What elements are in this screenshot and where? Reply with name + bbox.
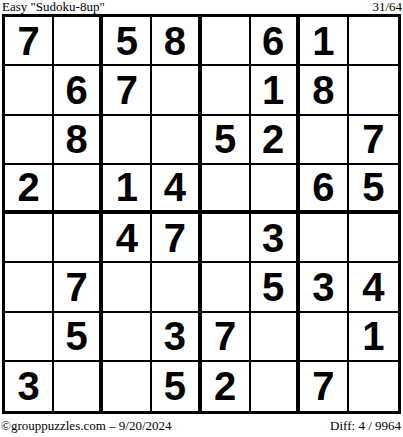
header: Easy "Sudoku-8up" 31/64 bbox=[2, 0, 402, 14]
cell-r7c5: 7 bbox=[202, 313, 251, 362]
cell-r7c8: 1 bbox=[349, 313, 398, 362]
difficulty-text: Diff: 4 / 9964 bbox=[330, 419, 401, 433]
cell-r4c5[interactable] bbox=[202, 165, 251, 214]
cell-r6c8: 4 bbox=[349, 263, 398, 312]
cell-r4c3: 1 bbox=[103, 165, 152, 214]
sudoku-board: 758616718852721465473753453713527 bbox=[2, 14, 401, 414]
cell-r2c3: 7 bbox=[103, 66, 152, 115]
cell-r1c5[interactable] bbox=[202, 17, 251, 66]
cell-r6c2: 7 bbox=[54, 263, 103, 312]
cell-r4c4: 4 bbox=[152, 165, 201, 214]
cell-r4c2[interactable] bbox=[54, 165, 103, 214]
cell-r8c7: 7 bbox=[300, 362, 349, 411]
cell-r8c6[interactable] bbox=[251, 362, 300, 411]
cell-r4c8: 5 bbox=[349, 165, 398, 214]
puzzle-counter: 31/64 bbox=[372, 0, 402, 13]
cell-r5c6: 3 bbox=[251, 214, 300, 263]
cell-r4c6[interactable] bbox=[251, 165, 300, 214]
cell-r2c6: 1 bbox=[251, 66, 300, 115]
cell-r1c7: 1 bbox=[300, 17, 349, 66]
cell-r3c5: 5 bbox=[202, 116, 251, 165]
cell-r3c2: 8 bbox=[54, 116, 103, 165]
footer: ©grouppuzzles.com – 9/20/2024 Diff: 4 / … bbox=[1, 419, 401, 435]
cell-r2c1[interactable] bbox=[5, 66, 54, 115]
cell-r7c7[interactable] bbox=[300, 313, 349, 362]
cell-r2c8[interactable] bbox=[349, 66, 398, 115]
sudoku-page: Easy "Sudoku-8up" 31/64 7586167188527214… bbox=[0, 0, 403, 437]
cell-r4c7: 6 bbox=[300, 165, 349, 214]
cell-r3c1[interactable] bbox=[5, 116, 54, 165]
cell-r3c7[interactable] bbox=[300, 116, 349, 165]
cell-r5c1[interactable] bbox=[5, 214, 54, 263]
cell-r2c4[interactable] bbox=[152, 66, 201, 115]
cell-r1c6: 6 bbox=[251, 17, 300, 66]
cell-r3c4[interactable] bbox=[152, 116, 201, 165]
cell-r7c3[interactable] bbox=[103, 313, 152, 362]
cell-r7c6[interactable] bbox=[251, 313, 300, 362]
cell-r8c8[interactable] bbox=[349, 362, 398, 411]
cell-r3c8: 7 bbox=[349, 116, 398, 165]
cell-r1c1: 7 bbox=[5, 17, 54, 66]
cell-r6c3[interactable] bbox=[103, 263, 152, 312]
cell-r5c5[interactable] bbox=[202, 214, 251, 263]
cell-r8c3[interactable] bbox=[103, 362, 152, 411]
cell-r5c8[interactable] bbox=[349, 214, 398, 263]
page-title: Easy "Sudoku-8up" bbox=[2, 0, 105, 13]
cell-r7c2: 5 bbox=[54, 313, 103, 362]
cell-r7c1[interactable] bbox=[5, 313, 54, 362]
cell-r8c1: 3 bbox=[5, 362, 54, 411]
cell-r7c4: 3 bbox=[152, 313, 201, 362]
cell-r6c7: 3 bbox=[300, 263, 349, 312]
cell-r8c5: 2 bbox=[202, 362, 251, 411]
cell-r4c1: 2 bbox=[5, 165, 54, 214]
cell-r1c4: 8 bbox=[152, 17, 201, 66]
cell-r6c1[interactable] bbox=[5, 263, 54, 312]
cell-r8c2[interactable] bbox=[54, 362, 103, 411]
cell-r3c6: 2 bbox=[251, 116, 300, 165]
cell-r5c4: 7 bbox=[152, 214, 201, 263]
cell-r5c3: 4 bbox=[103, 214, 152, 263]
copyright-text: ©grouppuzzles.com – 9/20/2024 bbox=[1, 419, 172, 433]
cell-r2c2: 6 bbox=[54, 66, 103, 115]
cell-r2c5[interactable] bbox=[202, 66, 251, 115]
cell-r8c4: 5 bbox=[152, 362, 201, 411]
cell-r5c2[interactable] bbox=[54, 214, 103, 263]
cell-r3c3[interactable] bbox=[103, 116, 152, 165]
cell-r2c7: 8 bbox=[300, 66, 349, 115]
cell-r1c8[interactable] bbox=[349, 17, 398, 66]
cell-r5c7[interactable] bbox=[300, 214, 349, 263]
cell-r6c4[interactable] bbox=[152, 263, 201, 312]
cell-r1c2[interactable] bbox=[54, 17, 103, 66]
cell-r6c5[interactable] bbox=[202, 263, 251, 312]
cell-r6c6: 5 bbox=[251, 263, 300, 312]
cell-r1c3: 5 bbox=[103, 17, 152, 66]
